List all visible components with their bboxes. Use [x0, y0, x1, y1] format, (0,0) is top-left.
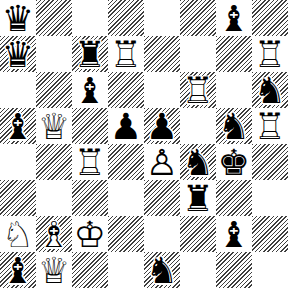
square-b3[interactable] [36, 180, 72, 216]
piece-glyph: ♟ [144, 109, 180, 145]
square-e7[interactable] [144, 36, 180, 72]
square-b8[interactable] [36, 0, 72, 36]
piece-glyph: ♖ [72, 145, 108, 181]
square-c8[interactable] [72, 0, 108, 36]
white-queen-piece[interactable]: ♛♕ [36, 252, 72, 288]
black-knight-piece[interactable]: ♞♞ [144, 252, 180, 288]
piece-glyph: ♟ [108, 109, 144, 145]
square-b7[interactable] [36, 36, 72, 72]
white-rook-piece[interactable]: ♜♖ [252, 108, 288, 144]
black-bishop-piece[interactable]: ♝♝ [72, 72, 108, 108]
white-bishop-piece[interactable]: ♝♗ [36, 216, 72, 252]
square-g6[interactable] [216, 72, 252, 108]
square-b1[interactable]: ♛♕ [36, 252, 72, 288]
black-bishop-piece[interactable]: ♝♝ [216, 216, 252, 252]
black-king-piece[interactable]: ♚♚ [216, 144, 252, 180]
piece-glyph: ♘ [0, 217, 36, 253]
piece-glyph: ♔ [72, 217, 108, 253]
piece-glyph: ♝ [216, 1, 252, 37]
square-e3[interactable] [144, 180, 180, 216]
piece-glyph: ♕ [36, 253, 72, 288]
square-e2[interactable] [144, 216, 180, 252]
square-g3[interactable] [216, 180, 252, 216]
square-g2[interactable]: ♝♝ [216, 216, 252, 252]
square-a7[interactable]: ♛♛ [0, 36, 36, 72]
black-knight-piece[interactable]: ♞♞ [216, 108, 252, 144]
square-e1[interactable]: ♞♞ [144, 252, 180, 288]
white-queen-piece[interactable]: ♛♕ [36, 108, 72, 144]
square-c7[interactable]: ♜♜ [72, 36, 108, 72]
square-b5[interactable]: ♛♕ [36, 108, 72, 144]
piece-glyph: ♜ [72, 37, 108, 73]
square-f1[interactable] [180, 252, 216, 288]
square-a3[interactable] [0, 180, 36, 216]
black-pawn-piece[interactable]: ♟♟ [108, 108, 144, 144]
square-g1[interactable] [216, 252, 252, 288]
square-a4[interactable] [0, 144, 36, 180]
square-f5[interactable] [180, 108, 216, 144]
square-e6[interactable] [144, 72, 180, 108]
square-g8[interactable]: ♝♝ [216, 0, 252, 36]
black-bishop-piece[interactable]: ♝♝ [0, 252, 36, 288]
white-rook-piece[interactable]: ♜♖ [252, 36, 288, 72]
piece-glyph: ♞ [252, 73, 288, 109]
square-a5[interactable]: ♝♝ [0, 108, 36, 144]
piece-glyph: ♝ [0, 253, 36, 288]
black-knight-piece[interactable]: ♞♞ [252, 72, 288, 108]
square-c3[interactable] [72, 180, 108, 216]
square-b4[interactable] [36, 144, 72, 180]
square-g5[interactable]: ♞♞ [216, 108, 252, 144]
piece-glyph: ♙ [144, 145, 180, 181]
piece-glyph: ♛ [0, 1, 36, 37]
square-a8[interactable]: ♛♛ [0, 0, 36, 36]
white-rook-piece[interactable]: ♜♖ [72, 144, 108, 180]
black-rook-piece[interactable]: ♜♜ [72, 36, 108, 72]
white-rook-piece[interactable]: ♜♖ [108, 36, 144, 72]
square-c2[interactable]: ♚♔ [72, 216, 108, 252]
white-knight-piece[interactable]: ♞♘ [0, 216, 36, 252]
piece-glyph: ♞ [144, 253, 180, 288]
black-queen-piece[interactable]: ♛♛ [0, 0, 36, 36]
square-a1[interactable]: ♝♝ [0, 252, 36, 288]
square-d1[interactable] [108, 252, 144, 288]
black-bishop-piece[interactable]: ♝♝ [0, 108, 36, 144]
black-pawn-piece[interactable]: ♟♟ [144, 108, 180, 144]
white-pawn-piece[interactable]: ♟♙ [144, 144, 180, 180]
square-h5[interactable]: ♜♖ [252, 108, 288, 144]
square-f8[interactable] [180, 0, 216, 36]
square-d3[interactable] [108, 180, 144, 216]
square-h1[interactable] [252, 252, 288, 288]
square-e8[interactable] [144, 0, 180, 36]
chess-board: ♛♛♝♝♛♛♜♜♜♖♜♖♝♝♜♖♞♞♝♝♛♕♟♟♟♟♞♞♜♖♜♖♟♙♞♞♚♚♜♜… [0, 0, 288, 288]
square-d2[interactable] [108, 216, 144, 252]
square-d6[interactable] [108, 72, 144, 108]
square-e5[interactable]: ♟♟ [144, 108, 180, 144]
square-d5[interactable]: ♟♟ [108, 108, 144, 144]
square-h4[interactable] [252, 144, 288, 180]
piece-glyph: ♝ [72, 73, 108, 109]
square-f7[interactable] [180, 36, 216, 72]
piece-glyph: ♝ [0, 109, 36, 145]
square-g7[interactable] [216, 36, 252, 72]
piece-glyph: ♖ [108, 37, 144, 73]
square-h7[interactable]: ♜♖ [252, 36, 288, 72]
square-h6[interactable]: ♞♞ [252, 72, 288, 108]
piece-glyph: ♕ [36, 109, 72, 145]
square-f3[interactable]: ♜♜ [180, 180, 216, 216]
square-f2[interactable] [180, 216, 216, 252]
piece-glyph: ♜ [180, 181, 216, 217]
square-c5[interactable] [72, 108, 108, 144]
piece-glyph: ♛ [0, 37, 36, 73]
square-a2[interactable]: ♞♘ [0, 216, 36, 252]
square-h3[interactable] [252, 180, 288, 216]
square-a6[interactable] [0, 72, 36, 108]
piece-glyph: ♞ [180, 145, 216, 181]
square-b6[interactable] [36, 72, 72, 108]
square-h8[interactable] [252, 0, 288, 36]
square-d7[interactable]: ♜♖ [108, 36, 144, 72]
piece-glyph: ♞ [216, 109, 252, 145]
square-g4[interactable]: ♚♚ [216, 144, 252, 180]
square-c1[interactable] [72, 252, 108, 288]
square-f4[interactable]: ♞♞ [180, 144, 216, 180]
piece-glyph: ♗ [36, 217, 72, 253]
piece-glyph: ♖ [180, 73, 216, 109]
square-f6[interactable]: ♜♖ [180, 72, 216, 108]
black-knight-piece[interactable]: ♞♞ [180, 144, 216, 180]
square-e4[interactable]: ♟♙ [144, 144, 180, 180]
white-king-piece[interactable]: ♚♔ [72, 216, 108, 252]
square-c4[interactable]: ♜♖ [72, 144, 108, 180]
square-h2[interactable] [252, 216, 288, 252]
square-b2[interactable]: ♝♗ [36, 216, 72, 252]
square-d8[interactable] [108, 0, 144, 36]
piece-glyph: ♚ [216, 145, 252, 181]
black-bishop-piece[interactable]: ♝♝ [216, 0, 252, 36]
black-queen-piece[interactable]: ♛♛ [0, 36, 36, 72]
piece-glyph: ♝ [216, 217, 252, 253]
piece-glyph: ♖ [252, 37, 288, 73]
white-rook-piece[interactable]: ♜♖ [180, 72, 216, 108]
square-d4[interactable] [108, 144, 144, 180]
piece-glyph: ♖ [252, 109, 288, 145]
square-c6[interactable]: ♝♝ [72, 72, 108, 108]
black-rook-piece[interactable]: ♜♜ [180, 180, 216, 216]
